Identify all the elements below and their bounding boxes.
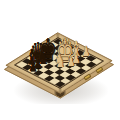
chess-set-product-photo: ♝♛♟♟♟♞♚♛♟♞♚♝♟♟♟ [0, 0, 120, 120]
black-pawn-a6[interactable]: ♟ [28, 59, 36, 73]
white-pawn-e3[interactable]: ♟ [66, 55, 74, 69]
white-pawn-h3[interactable]: ♟ [82, 45, 90, 59]
white-knight-d4[interactable]: ♞ [54, 50, 65, 69]
